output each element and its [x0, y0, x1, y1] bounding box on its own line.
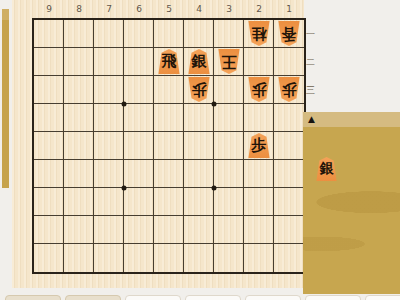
file-label: 2 [244, 2, 274, 16]
piece-kanji: 歩 [252, 82, 267, 97]
board-cell[interactable] [124, 160, 154, 188]
board-cell[interactable] [154, 160, 184, 188]
board-cell[interactable] [34, 216, 64, 244]
shogi-app: 987654321 飛銀歩王桂香歩歩歩 一二三四五六七八九 ▲ 銀 [0, 0, 400, 300]
toolbar-button-stub[interactable] [125, 295, 181, 300]
board-cell[interactable] [214, 244, 244, 272]
board-grid[interactable]: 飛銀歩王桂香歩歩歩 [32, 18, 306, 274]
file-label: 5 [154, 2, 184, 16]
board-cell[interactable] [94, 76, 124, 104]
board-cell[interactable] [244, 48, 274, 76]
board-cell[interactable] [244, 160, 274, 188]
board-cell[interactable] [94, 20, 124, 48]
board-cell[interactable] [124, 132, 154, 160]
board-cell[interactable] [184, 216, 214, 244]
piece-kanji: 香 [282, 26, 297, 41]
board-cell[interactable] [34, 76, 64, 104]
board-cell[interactable] [34, 104, 64, 132]
board-cell[interactable] [274, 104, 304, 132]
board-cell[interactable] [244, 188, 274, 216]
bottom-toolbar [0, 295, 400, 300]
board-cell[interactable] [244, 104, 274, 132]
board-cell[interactable] [214, 132, 244, 160]
piece-kanji: 歩 [282, 82, 297, 97]
board-cell[interactable] [64, 160, 94, 188]
board-cell[interactable] [214, 20, 244, 48]
rank-label: 三 [304, 76, 317, 104]
board-cell[interactable] [64, 104, 94, 132]
board-cell[interactable] [274, 160, 304, 188]
board-cell[interactable] [34, 20, 64, 48]
piece-kanji: 飛 [162, 54, 177, 69]
board-cell[interactable] [214, 216, 244, 244]
board-cell[interactable] [124, 104, 154, 132]
file-label: 9 [34, 2, 64, 16]
piece-kanji: 桂 [252, 26, 267, 41]
gote-piece-stand [2, 9, 9, 188]
board-cell[interactable] [94, 188, 124, 216]
board-cell[interactable] [274, 244, 304, 272]
board-cell[interactable] [34, 188, 64, 216]
toolbar-button-stub[interactable] [245, 295, 301, 300]
piece-kanji: 歩 [252, 138, 267, 153]
board-cell[interactable] [184, 20, 214, 48]
board-cell[interactable] [34, 160, 64, 188]
rank-label: 一 [304, 20, 317, 48]
board-cell[interactable] [94, 160, 124, 188]
board-cell[interactable] [154, 104, 184, 132]
board-cell[interactable] [214, 188, 244, 216]
file-label: 4 [184, 2, 214, 16]
board-cell[interactable] [64, 48, 94, 76]
board-cell[interactable] [154, 20, 184, 48]
toolbar-button-stub[interactable] [305, 295, 361, 300]
board-cell[interactable] [34, 48, 64, 76]
board-cell[interactable] [154, 188, 184, 216]
board-cell[interactable] [184, 244, 214, 272]
piece-kanji: 銀 [192, 54, 207, 69]
board-cell[interactable] [214, 76, 244, 104]
board-cell[interactable] [244, 244, 274, 272]
file-label: 6 [124, 2, 154, 16]
board-cell[interactable] [94, 216, 124, 244]
hoshi-dot [212, 186, 217, 191]
board-cell[interactable] [64, 188, 94, 216]
board-cell[interactable] [64, 76, 94, 104]
rank-label: 二 [304, 48, 317, 76]
piece-kanji: 歩 [192, 82, 207, 97]
board-cell[interactable] [274, 48, 304, 76]
hand-silver-piece[interactable]: 銀 [316, 157, 337, 181]
hoshi-dot [122, 102, 127, 107]
sente-indicator-icon: ▲ [308, 115, 315, 124]
piece-kanji: 王 [222, 54, 237, 69]
board-cell[interactable] [124, 216, 154, 244]
toolbar-button-stub[interactable] [5, 295, 61, 300]
toolbar-button-stub[interactable] [65, 295, 121, 300]
toolbar-button-stub[interactable] [365, 295, 400, 300]
board-cell[interactable] [94, 244, 124, 272]
board-cell[interactable] [64, 244, 94, 272]
komadai-header: ▲ [303, 112, 400, 127]
board-cell[interactable] [154, 216, 184, 244]
board-cell[interactable] [124, 244, 154, 272]
hoshi-dot [212, 102, 217, 107]
board-cell[interactable] [34, 244, 64, 272]
board-cell[interactable] [64, 216, 94, 244]
file-label: 7 [94, 2, 124, 16]
board-cell[interactable] [274, 216, 304, 244]
board-cell[interactable] [184, 132, 214, 160]
hoshi-dot [122, 186, 127, 191]
board-cell[interactable] [124, 48, 154, 76]
board-cell[interactable] [184, 160, 214, 188]
board-cell[interactable] [274, 188, 304, 216]
board-cell[interactable] [154, 76, 184, 104]
komadai-surface: 銀 [303, 127, 400, 294]
board-cell[interactable] [154, 132, 184, 160]
board-cell[interactable] [154, 244, 184, 272]
file-label: 8 [64, 2, 94, 16]
board-cell[interactable] [184, 188, 214, 216]
shogi-board: 987654321 飛銀歩王桂香歩歩歩 一二三四五六七八九 [12, 0, 304, 288]
file-label: 3 [214, 2, 244, 16]
board-cell[interactable] [184, 104, 214, 132]
board-cell[interactable] [214, 160, 244, 188]
file-labels: 987654321 [34, 2, 304, 16]
board-cell[interactable] [124, 188, 154, 216]
toolbar-button-stub[interactable] [185, 295, 241, 300]
board-cell[interactable] [214, 104, 244, 132]
board-cell[interactable] [244, 216, 274, 244]
board-cell[interactable] [64, 20, 94, 48]
sente-piece-stand: ▲ 銀 [303, 112, 400, 294]
board-cell[interactable] [94, 104, 124, 132]
board-cell[interactable] [94, 132, 124, 160]
board-cell[interactable] [64, 132, 94, 160]
board-cell[interactable] [34, 132, 64, 160]
board-cell[interactable] [274, 132, 304, 160]
board-cell[interactable] [124, 76, 154, 104]
file-label: 1 [274, 2, 304, 16]
piece-kanji: 銀 [320, 160, 334, 178]
board-cell[interactable] [94, 48, 124, 76]
board-cell[interactable] [124, 20, 154, 48]
